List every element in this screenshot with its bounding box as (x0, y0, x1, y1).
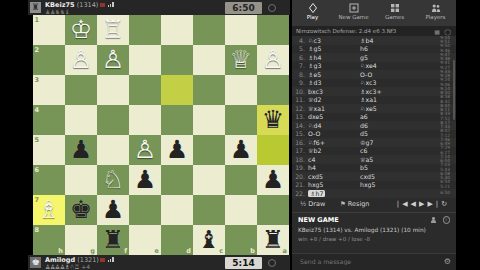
move-list[interactable]: 4.♘c3♗b49:549:515.♗g5h69:509:466.♗h4g59:… (292, 36, 456, 198)
square-g4[interactable] (65, 105, 97, 135)
move-clocks: 6:50 (410, 191, 456, 196)
piece-black-pawn[interactable]: ♟ (257, 165, 289, 195)
tab-games[interactable]: Games (374, 0, 415, 26)
black-move[interactable]: ♕a5 (360, 156, 410, 163)
white-move[interactable]: cxd5 (308, 173, 360, 180)
square-f3[interactable] (97, 75, 129, 105)
piece-white-pawn[interactable]: ♙ (65, 45, 97, 75)
rank-label-6: 6 (35, 166, 40, 174)
bottom-player-bar: ♚ Amilogd (1321) ♙♙♙♙♗♘♖+4 5:14 (28, 255, 290, 270)
opening-info-icon[interactable]: ◯ (444, 28, 451, 35)
move-number: 10. (292, 88, 308, 95)
new-game-section: NEW GAME i KBeiz75 (1314) vs. Amilogd (1… (298, 216, 450, 242)
square-a5[interactable] (257, 135, 289, 165)
chess-board[interactable]: 1♔♖2♙♙♕♙34♛5♟♙♟♟6♘♟♟7♗♚♟8hgf♜edc♝ba♜ (33, 15, 289, 255)
white-move[interactable]: ♕b2 (308, 147, 360, 154)
rating-stakes-text: win +8 / draw +0 / lose -8 (298, 236, 450, 242)
square-d8[interactable]: d (161, 225, 193, 255)
tab-bar: Play New Game Games Players (292, 0, 456, 26)
square-g6[interactable] (65, 165, 97, 195)
square-b2[interactable]: ♕ (225, 45, 257, 75)
piece-black-rook[interactable]: ♜ (257, 225, 289, 255)
games-icon (390, 3, 400, 13)
black-move[interactable]: ♘xe4 (360, 62, 410, 69)
white-move[interactable]: ♗g3 (308, 62, 360, 69)
players-icon (431, 3, 441, 13)
tab-players[interactable]: Players (415, 0, 456, 26)
black-move[interactable]: b5 (360, 164, 410, 171)
move-number: 19. (292, 164, 308, 171)
square-f5[interactable] (97, 135, 129, 165)
move-number: 9. (292, 79, 308, 86)
bottom-captured-pieces: ♙♙♙♙♗♘♖+4 (45, 263, 90, 270)
square-b4[interactable] (225, 105, 257, 135)
message-input[interactable] (298, 257, 432, 266)
piece-black-rook[interactable]: ♜ (97, 225, 129, 255)
play-icon (308, 3, 318, 13)
piece-white-rook[interactable]: ♖ (97, 15, 129, 45)
square-g8[interactable]: g (65, 225, 97, 255)
square-e5[interactable]: ♙ (129, 135, 161, 165)
square-c8[interactable]: c♝ (193, 225, 225, 255)
square-e8[interactable]: e (129, 225, 161, 255)
black-move[interactable]: a6 (360, 113, 410, 120)
piece-white-pawn[interactable]: ♙ (257, 45, 289, 75)
move-number: 7. (292, 62, 308, 69)
black-move[interactable]: ♗b4 (360, 37, 410, 44)
rank-label-1: 1 (35, 16, 40, 24)
white-move[interactable]: ♗g5 (308, 45, 360, 52)
square-d3[interactable] (161, 75, 193, 105)
move-number: 4. (292, 37, 308, 44)
piece-white-pawn[interactable]: ♙ (129, 135, 161, 165)
square-b8[interactable]: b (225, 225, 257, 255)
square-h7[interactable]: 7♗ (33, 195, 65, 225)
square-h3[interactable]: 3 (33, 75, 65, 105)
square-b6[interactable] (225, 165, 257, 195)
square-f7[interactable]: ♟ (97, 195, 129, 225)
square-e4[interactable] (129, 105, 161, 135)
white-move[interactable]: c4 (308, 156, 360, 163)
square-c6[interactable] (193, 165, 225, 195)
white-move[interactable]: ♘d4 (308, 122, 360, 129)
square-f4[interactable] (97, 105, 129, 135)
black-move[interactable]: ♗xa1 (360, 96, 410, 103)
opening-bar[interactable]: Nimzowitsch Defense: 2.d4 e6 3.Nf3 ▦ ◯ (292, 26, 456, 36)
square-f8[interactable]: f♜ (97, 225, 129, 255)
square-c3[interactable] (193, 75, 225, 105)
top-player-clock: 6:50 (225, 2, 262, 14)
square-b5[interactable]: ♟ (225, 135, 257, 165)
square-a7[interactable] (257, 195, 289, 225)
matchup-text: KBeiz75 (1314) vs. Amilogd (1321) (10 mi… (298, 227, 450, 233)
tab-play[interactable]: Play (292, 0, 333, 26)
piece-black-king[interactable]: ♚ (65, 195, 97, 225)
move-number: 8. (292, 71, 308, 78)
white-move[interactable]: bxc3 (308, 88, 360, 95)
file-label-d: d (186, 247, 191, 255)
move-number: 13. (292, 113, 308, 120)
white-move[interactable]: hxg5 (308, 181, 360, 188)
piece-white-pawn[interactable]: ♙ (97, 45, 129, 75)
square-e3[interactable] (129, 75, 161, 105)
top-player-flag-icon (100, 3, 105, 7)
file-label-e: e (155, 247, 159, 255)
bottom-player-clock: 5:14 (225, 257, 262, 269)
white-move[interactable]: ♕xa1 (308, 105, 360, 112)
add-time-icon[interactable] (268, 4, 276, 12)
white-move[interactable]: ♘c3 (308, 37, 360, 44)
move-number: 5. (292, 45, 308, 52)
square-e6[interactable]: ♟ (129, 165, 161, 195)
top-player-avatar[interactable]: ♜ (30, 2, 41, 13)
white-move[interactable]: h4 (308, 164, 360, 171)
divider (292, 212, 456, 213)
square-g2[interactable]: ♙ (65, 45, 97, 75)
piece-black-pawn[interactable]: ♟ (97, 195, 129, 225)
piece-black-queen[interactable]: ♛ (257, 105, 289, 135)
black-move[interactable]: O-O (360, 71, 410, 78)
bottom-player-avatar[interactable]: ♚ (30, 257, 41, 268)
move-number: 16. (292, 139, 308, 146)
move-number: 15. (292, 130, 308, 137)
new-game-icon (349, 3, 359, 13)
file-label-b: b (250, 247, 255, 255)
half-point-icon: ½ (300, 200, 306, 208)
rank-label-4: 4 (35, 106, 40, 114)
square-h6[interactable]: 6 (33, 165, 65, 195)
square-h1[interactable]: 1 (33, 15, 65, 45)
piece-white-queen[interactable]: ♕ (225, 45, 257, 75)
message-row: ⚙ (292, 253, 456, 270)
square-h5[interactable]: 5 (33, 135, 65, 165)
square-f6[interactable]: ♘ (97, 165, 129, 195)
move-list-scrollbar[interactable] (453, 60, 455, 120)
black-move[interactable]: cxd5 (360, 173, 410, 180)
square-b3[interactable] (225, 75, 257, 105)
square-d5[interactable]: ♟ (161, 135, 193, 165)
square-a2[interactable]: ♙ (257, 45, 289, 75)
black-move[interactable]: ♔g7 (360, 139, 410, 146)
piece-white-knight[interactable]: ♘ (97, 165, 129, 195)
rank-label-5: 5 (35, 136, 40, 144)
black-move[interactable]: d6 (360, 122, 410, 129)
top-player-rating: (1314) (77, 1, 99, 9)
black-move[interactable]: ♗xc3+ (360, 88, 410, 95)
mini-board-icon[interactable]: ▦ (434, 28, 440, 35)
piece-black-pawn[interactable]: ♟ (65, 135, 97, 165)
move-number: 20. (292, 173, 308, 180)
black-move[interactable]: h6 (360, 45, 410, 52)
move-number: 12. (292, 105, 308, 112)
new-game-title: NEW GAME (298, 216, 450, 224)
top-captured-pieces: ♟♟♞♞♝ (45, 8, 69, 15)
square-f1[interactable]: ♖ (97, 15, 129, 45)
square-c1[interactable] (193, 15, 225, 45)
black-move[interactable]: ♘xc3 (360, 79, 410, 86)
square-c4[interactable] (193, 105, 225, 135)
square-g3[interactable] (65, 75, 97, 105)
square-a8[interactable]: a♜ (257, 225, 289, 255)
white-move[interactable]: ♗d3 (308, 79, 360, 86)
challenge-player-icon[interactable] (431, 216, 436, 223)
file-label-g: g (90, 247, 95, 255)
square-h8[interactable]: 8h (33, 225, 65, 255)
white-move[interactable]: ♗e5 (308, 71, 360, 78)
square-a1[interactable] (257, 15, 289, 45)
game-actions: ½Draw ⚑Resign |◀◀▶▶|↻ (292, 198, 456, 212)
white-move[interactable]: ♗h4 (308, 54, 360, 61)
square-a4[interactable]: ♛ (257, 105, 289, 135)
move-clocks: 6:545:21 (410, 180, 456, 189)
square-d6[interactable] (161, 165, 193, 195)
connection-signal-icon (108, 2, 114, 7)
square-g1[interactable]: ♔ (65, 15, 97, 45)
square-b7[interactable] (225, 195, 257, 225)
tab-new-game[interactable]: New Game (333, 0, 374, 26)
square-a3[interactable] (257, 75, 289, 105)
piece-black-pawn[interactable]: ♟ (161, 135, 193, 165)
black-move[interactable]: ♘xe5 (360, 105, 410, 112)
rank-label-8: 8 (35, 226, 40, 234)
square-e7[interactable] (129, 195, 161, 225)
piece-black-bishop[interactable]: ♝ (193, 225, 225, 255)
square-d1[interactable] (161, 15, 193, 45)
square-a6[interactable]: ♟ (257, 165, 289, 195)
settings-gear-icon[interactable]: ⚙ (444, 257, 451, 266)
black-move[interactable]: hxg5 (360, 181, 410, 188)
white-move[interactable]: ♘f6+ (308, 139, 360, 146)
top-player-bar: ♜ KBeiz75 (1314) ♟♟♞♞♝ 6:50 (28, 0, 290, 15)
flag-icon: ⚑ (340, 200, 346, 208)
white-move[interactable]: O-O (308, 130, 360, 137)
file-label-h: h (58, 247, 63, 255)
move-number: 14. (292, 122, 308, 129)
square-b1[interactable] (225, 15, 257, 45)
connection-signal-icon (108, 257, 114, 262)
side-panel: Play New Game Games Players Nimzowitsch … (292, 0, 456, 270)
square-f2[interactable]: ♙ (97, 45, 129, 75)
square-e1[interactable] (129, 15, 161, 45)
first-move-button[interactable]: |◀ (397, 200, 411, 208)
move-number: 17. (292, 147, 308, 154)
flip-board-button[interactable]: ↻ (441, 200, 450, 208)
white-move[interactable]: ♕d2 (308, 96, 360, 103)
add-time-icon[interactable] (268, 259, 276, 267)
black-move[interactable]: d5 (360, 130, 410, 137)
last-move-button[interactable]: ▶| (427, 200, 441, 208)
material-advantage: +4 (81, 263, 90, 270)
square-h4[interactable]: 4 (33, 105, 65, 135)
draw-button[interactable]: ½Draw (300, 200, 325, 208)
piece-white-king[interactable]: ♔ (65, 15, 97, 45)
move-row: 22.♗h76:50 (292, 189, 456, 198)
current-move[interactable]: ♗h7 (308, 190, 325, 197)
bottom-player-flag-icon (100, 258, 105, 262)
square-e2[interactable] (129, 45, 161, 75)
square-g7[interactable]: ♚ (65, 195, 97, 225)
square-d2[interactable] (161, 45, 193, 75)
rank-label-3: 3 (35, 76, 40, 84)
prev-move-button[interactable]: ◀ (411, 200, 419, 208)
opening-name: Nimzowitsch Defense: 2.d4 e6 3.Nf3 (296, 28, 396, 34)
white-move[interactable]: dxe5 (308, 113, 360, 120)
square-d7[interactable] (161, 195, 193, 225)
square-g5[interactable]: ♟ (65, 135, 97, 165)
square-c2[interactable] (193, 45, 225, 75)
move-number: 18. (292, 156, 308, 163)
square-c7[interactable] (193, 195, 225, 225)
move-number: 11. (292, 96, 308, 103)
square-d4[interactable] (161, 105, 193, 135)
move-number: 22. (292, 190, 308, 197)
square-c5[interactable] (193, 135, 225, 165)
game-info-icon[interactable]: i (443, 216, 451, 224)
piece-black-pawn[interactable]: ♟ (129, 165, 161, 195)
resign-button[interactable]: ⚑Resign (340, 200, 370, 208)
black-move[interactable]: g5 (360, 54, 410, 61)
square-h2[interactable]: 2 (33, 45, 65, 75)
white-move[interactable]: ♗h7 (308, 190, 360, 197)
move-number: 6. (292, 54, 308, 61)
move-nav-buttons: |◀◀▶▶|↻ (397, 200, 450, 208)
piece-black-pawn[interactable]: ♟ (225, 135, 257, 165)
black-move[interactable]: c6 (360, 147, 410, 154)
piece-white-bishop[interactable]: ♗ (33, 195, 65, 225)
move-row: 21.hxg5hxg56:545:21 (292, 181, 456, 190)
rank-label-2: 2 (35, 46, 40, 54)
move-number: 21. (292, 181, 308, 188)
